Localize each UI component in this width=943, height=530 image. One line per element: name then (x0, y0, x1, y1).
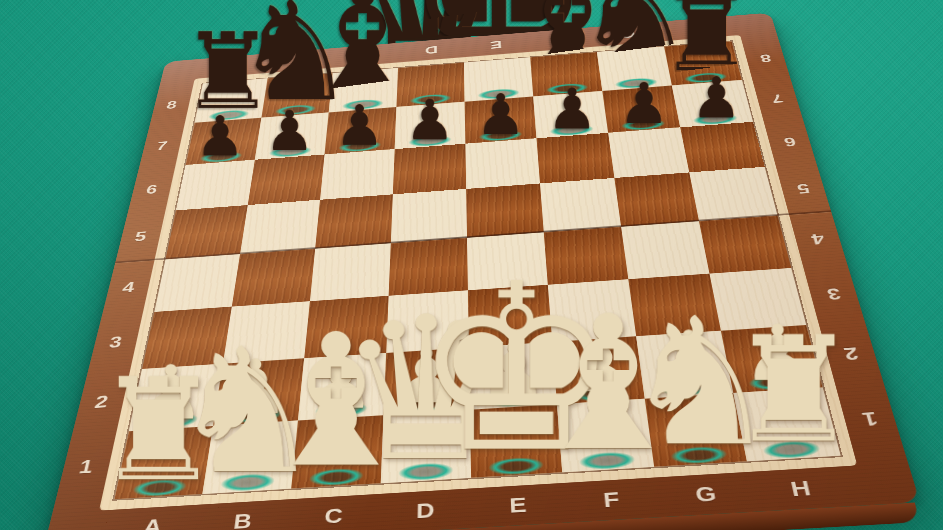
square-b5 (240, 200, 320, 254)
rank-label-right-1: 1 (859, 407, 880, 430)
rank-label-right-8: 8 (758, 51, 772, 65)
square-b6 (248, 154, 325, 205)
square-e5 (466, 183, 544, 237)
square-g4 (621, 221, 709, 279)
square-f5 (540, 178, 621, 232)
square-a7: ♟ (186, 118, 262, 165)
rank-label-left-8: 8 (165, 98, 178, 112)
file-label-bottom-d: D (416, 498, 435, 523)
square-c5 (315, 194, 393, 248)
square-b7: ♟ (255, 112, 329, 159)
file-label-bottom-h: H (788, 476, 813, 502)
square-a5 (166, 205, 248, 259)
square-e7: ♟ (465, 96, 537, 143)
square-g7: ♟ (602, 86, 680, 133)
square-d6 (393, 144, 466, 195)
piece-black-pawn-h7: ♟ (691, 72, 742, 123)
rank-label-right-3: 3 (824, 284, 842, 304)
piece-black-pawn-e7: ♟ (476, 89, 526, 139)
square-h5 (689, 167, 777, 221)
rank-label-left-6: 6 (145, 182, 159, 198)
piece-black-pawn-d7: ♟ (405, 95, 455, 145)
square-h4 (699, 215, 791, 273)
square-g5 (614, 172, 699, 226)
rank-label-right-7: 7 (770, 91, 785, 106)
square-a6 (176, 160, 255, 211)
file-label-bottom-e: E (509, 492, 527, 517)
file-label-bottom-g: G (693, 481, 718, 507)
square-a4 (154, 254, 240, 312)
rank-label-left-7: 7 (155, 138, 169, 153)
square-c7: ♟ (325, 107, 397, 154)
file-label-bottom-c: C (324, 503, 344, 528)
file-label-bottom-b: B (232, 509, 253, 530)
squares-grid: ♜♞♝♛♚♝♞♜♟♟♟♟♟♟♟♟♟♟♟♟♟♟♟♟♜♞♝♛♚♝♞♜ (114, 41, 840, 499)
piece-white-rook-h1: ♜ (728, 325, 858, 456)
rank-label-right-4: 4 (809, 230, 826, 248)
square-c6 (320, 149, 395, 200)
piece-black-pawn-c7: ♟ (335, 100, 385, 150)
piece-black-pawn-b7: ♟ (265, 106, 315, 156)
chessboard-photo-scene: ♜♞♝♛♚♝♞♜♟♟♟♟♟♟♟♟♟♟♟♟♟♟♟♟♜♞♝♛♚♝♞♜ ABCDEFG… (0, 0, 943, 530)
rank-label-right-5: 5 (795, 180, 812, 197)
rank-label-left-1: 1 (77, 455, 95, 478)
square-g6 (608, 127, 689, 178)
file-label-bottom-a: A (141, 514, 163, 530)
square-f7: ♟ (533, 91, 608, 138)
square-h1: ♜ (733, 387, 840, 461)
rank-label-left-4: 4 (121, 278, 137, 296)
piece-black-pawn-g7: ♟ (619, 78, 670, 129)
piece-black-pawn-a7: ♟ (195, 111, 245, 161)
square-e6 (465, 138, 540, 189)
file-label-bottom-f: F (602, 487, 620, 512)
rank-label-right-6: 6 (782, 134, 798, 150)
square-d7: ♟ (395, 102, 466, 149)
square-h7: ♟ (672, 80, 753, 127)
piece-black-pawn-f7: ♟ (547, 83, 597, 134)
square-h6 (680, 122, 764, 173)
square-f6 (537, 133, 615, 184)
rank-label-left-5: 5 (133, 228, 148, 245)
chessboard: ♜♞♝♛♚♝♞♜♟♟♟♟♟♟♟♟♟♟♟♟♟♟♟♟♜♞♝♛♚♝♞♜ ABCDEFG… (42, 13, 920, 530)
